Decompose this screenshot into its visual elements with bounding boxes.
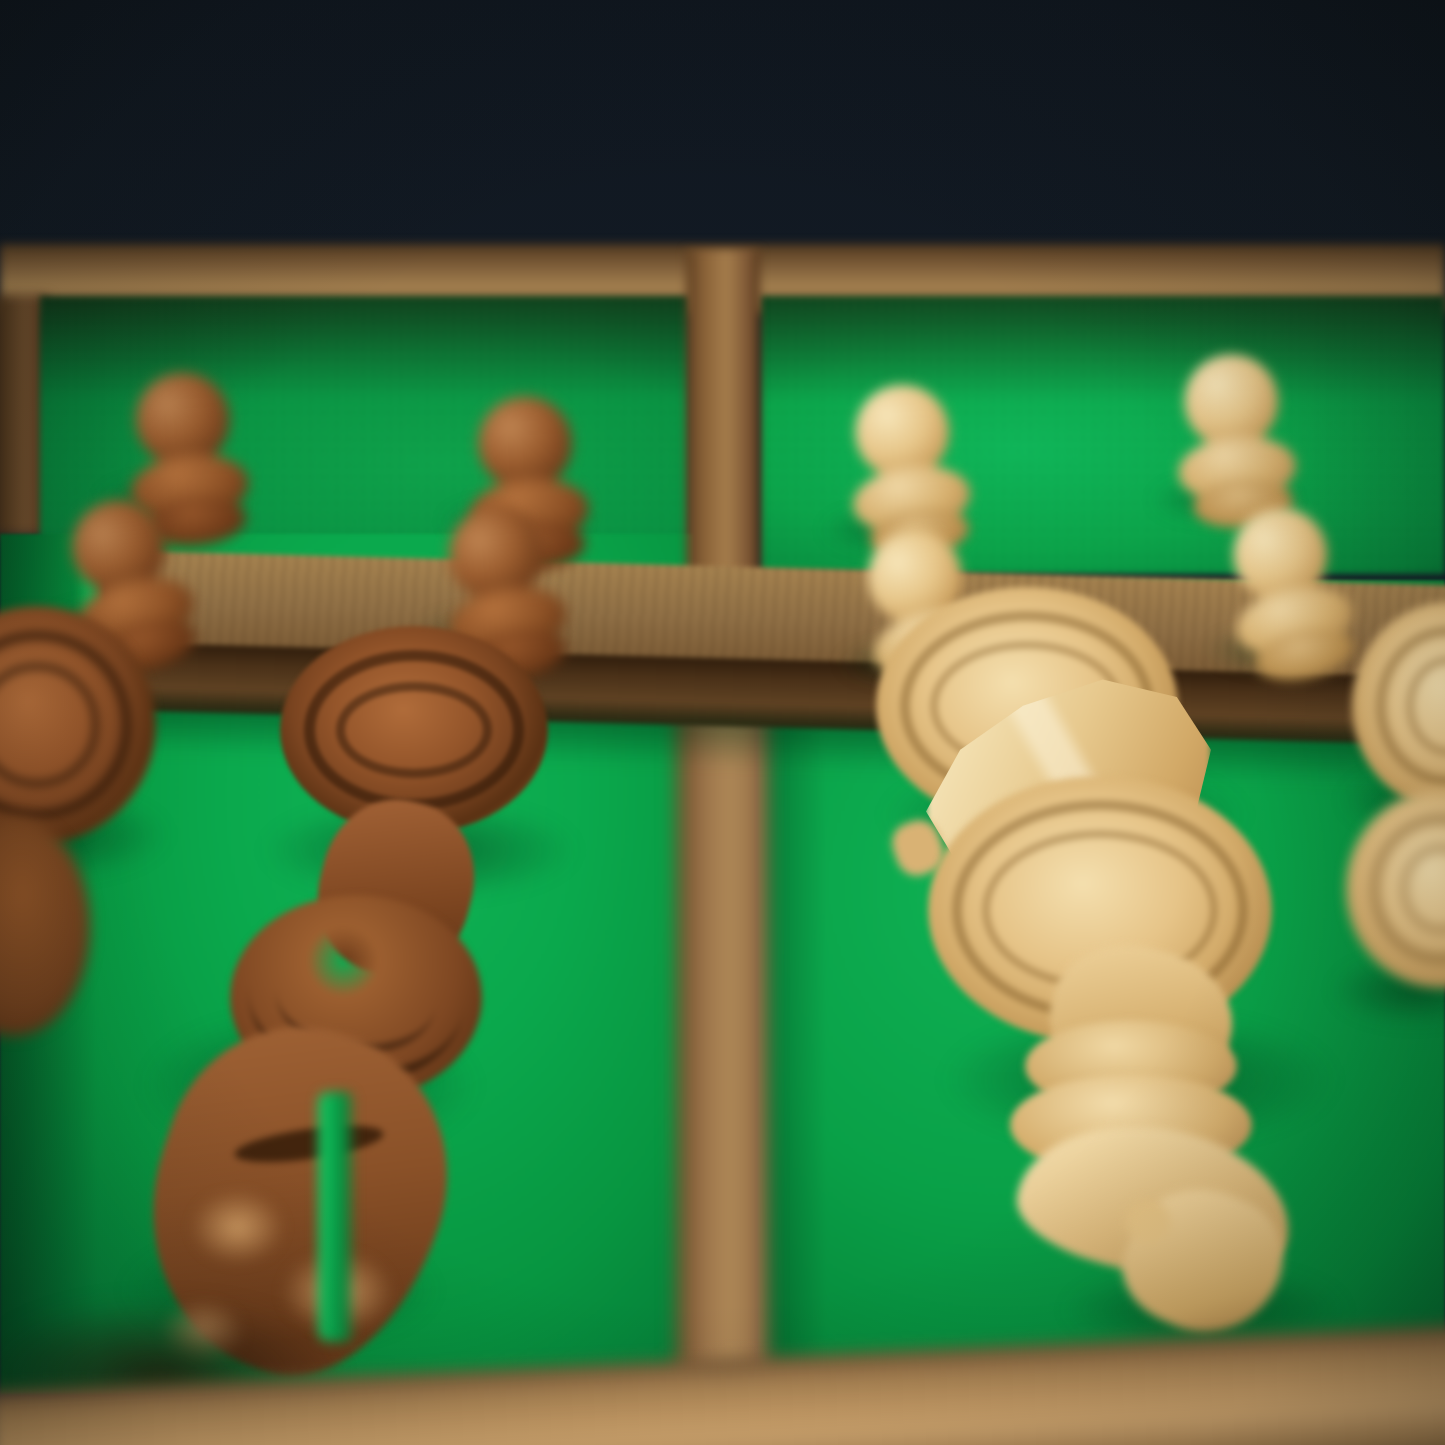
felt-fold-ridge-center bbox=[318, 1092, 356, 1342]
chess-storage-box-photo bbox=[0, 0, 1445, 1445]
knight-highlight bbox=[190, 1190, 285, 1265]
vertical-divider-top bbox=[686, 250, 760, 580]
light-king bbox=[900, 768, 1340, 1368]
vertical-divider-bottom bbox=[676, 660, 768, 1420]
